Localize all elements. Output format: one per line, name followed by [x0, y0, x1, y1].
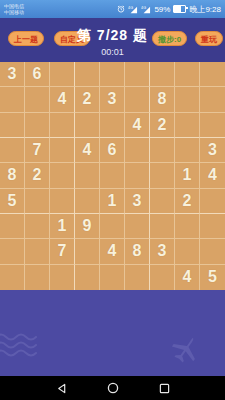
cell-r4c5[interactable]: 6 [100, 138, 125, 163]
cell-r8c1[interactable] [0, 239, 25, 264]
status-bar: 中国电信 中国移动 4G 4G 59% 晚上9:28 [0, 0, 225, 18]
battery-percent: 59% [154, 5, 170, 14]
svg-text:4G: 4G [128, 5, 133, 9]
cell-r3c3[interactable] [50, 113, 75, 138]
cell-r4c2[interactable]: 7 [25, 138, 50, 163]
cell-r4c7[interactable] [150, 138, 175, 163]
waves-icon [0, 332, 40, 362]
cell-r1c9[interactable] [200, 62, 225, 87]
recents-icon[interactable] [159, 383, 170, 394]
cell-r4c9[interactable]: 3 [200, 138, 225, 163]
cell-r9c1[interactable] [0, 265, 25, 290]
cell-r4c6[interactable] [125, 138, 150, 163]
cell-r7c3[interactable]: 1 [50, 214, 75, 239]
cell-r9c6[interactable] [125, 265, 150, 290]
cell-r2c2[interactable] [25, 87, 50, 112]
airplane-icon [169, 334, 203, 368]
cell-r4c3[interactable] [50, 138, 75, 163]
cell-r8c8[interactable] [175, 239, 200, 264]
status-bar-right: 4G 4G 59% 晚上9:28 [117, 4, 221, 15]
cell-r3c2[interactable] [25, 113, 50, 138]
cell-r2c9[interactable] [200, 87, 225, 112]
cell-r3c4[interactable] [75, 113, 100, 138]
cell-r3c9[interactable] [200, 113, 225, 138]
cell-r9c5[interactable] [100, 265, 125, 290]
cell-r6c7[interactable] [150, 189, 175, 214]
home-icon[interactable] [107, 382, 119, 394]
cell-r7c7[interactable] [150, 214, 175, 239]
cell-r1c5[interactable] [100, 62, 125, 87]
cell-r7c6[interactable] [125, 214, 150, 239]
alarm-icon [117, 5, 125, 13]
cell-r3c1[interactable] [0, 113, 25, 138]
cell-r1c1[interactable]: 3 [0, 62, 25, 87]
cell-r1c6[interactable] [125, 62, 150, 87]
cell-r7c2[interactable] [25, 214, 50, 239]
cell-r8c3[interactable]: 7 [50, 239, 75, 264]
cell-r5c4[interactable] [75, 163, 100, 188]
cell-r8c6[interactable]: 8 [125, 239, 150, 264]
android-nav-bar [0, 376, 225, 400]
cell-r7c8[interactable] [175, 214, 200, 239]
cell-r5c6[interactable] [125, 163, 150, 188]
signal-4g-icon: 4G [128, 5, 138, 14]
cell-r6c9[interactable] [200, 189, 225, 214]
battery-icon [173, 5, 186, 13]
cell-r6c8[interactable]: 2 [175, 189, 200, 214]
carrier-labels: 中国电信 中国移动 [4, 3, 24, 15]
game-header: 上一题 自定义 第 7/28 题 00:01 撤步:0 重玩 [0, 18, 225, 62]
back-icon[interactable] [56, 383, 67, 394]
sudoku-board: 3642384274638214513219748345 [0, 62, 225, 290]
svg-text:4G: 4G [141, 5, 146, 9]
cell-r7c5[interactable] [100, 214, 125, 239]
cell-r3c8[interactable] [175, 113, 200, 138]
puzzle-number-title: 第 7/28 题 [0, 27, 225, 45]
cell-r6c5[interactable]: 1 [100, 189, 125, 214]
cell-r2c4[interactable]: 2 [75, 87, 100, 112]
replay-button[interactable]: 重玩 [195, 31, 223, 46]
cell-r3c5[interactable] [100, 113, 125, 138]
undo-step-button[interactable]: 撤步:0 [152, 31, 187, 46]
cell-r2c5[interactable]: 3 [100, 87, 125, 112]
background-decoration [0, 290, 225, 376]
cell-r4c1[interactable] [0, 138, 25, 163]
cell-r5c3[interactable] [50, 163, 75, 188]
cell-r3c6[interactable]: 4 [125, 113, 150, 138]
cell-r9c8[interactable]: 4 [175, 265, 200, 290]
cell-r6c6[interactable]: 3 [125, 189, 150, 214]
signal-4g-icon: 4G [141, 5, 151, 14]
cell-r1c4[interactable] [75, 62, 100, 87]
cell-r4c4[interactable]: 4 [75, 138, 100, 163]
cell-r9c7[interactable] [150, 265, 175, 290]
cell-r8c4[interactable] [75, 239, 100, 264]
cell-r2c7[interactable]: 8 [150, 87, 175, 112]
cell-r8c5[interactable]: 4 [100, 239, 125, 264]
cell-r5c7[interactable] [150, 163, 175, 188]
cell-r5c8[interactable]: 1 [175, 163, 200, 188]
cell-r7c4[interactable]: 9 [75, 214, 100, 239]
cell-r7c9[interactable] [200, 214, 225, 239]
cell-r8c7[interactable]: 3 [150, 239, 175, 264]
phone-screen: 中国电信 中国移动 4G 4G 59% 晚上9:28 上一题 自定义 第 7/2… [0, 0, 225, 400]
status-time: 晚上9:28 [189, 4, 221, 15]
cell-r8c9[interactable] [200, 239, 225, 264]
cell-r2c1[interactable] [0, 87, 25, 112]
cell-r5c5[interactable] [100, 163, 125, 188]
cell-r4c8[interactable] [175, 138, 200, 163]
cell-r2c3[interactable]: 4 [50, 87, 75, 112]
cell-r1c8[interactable] [175, 62, 200, 87]
cell-r5c1[interactable]: 8 [0, 163, 25, 188]
elapsed-timer: 00:01 [0, 47, 225, 57]
cell-r9c4[interactable] [75, 265, 100, 290]
carrier-line2: 中国移动 [4, 9, 24, 15]
cell-r6c3[interactable] [50, 189, 75, 214]
cell-r6c1[interactable]: 5 [0, 189, 25, 214]
cell-r9c2[interactable] [25, 265, 50, 290]
cell-r6c4[interactable] [75, 189, 100, 214]
cell-r1c7[interactable] [150, 62, 175, 87]
cell-r3c7[interactable]: 2 [150, 113, 175, 138]
cell-r1c3[interactable] [50, 62, 75, 87]
cell-r5c9[interactable]: 4 [200, 163, 225, 188]
cell-r2c6[interactable] [125, 87, 150, 112]
cell-r9c9[interactable]: 5 [200, 265, 225, 290]
cell-r9c3[interactable] [50, 265, 75, 290]
cell-r6c2[interactable] [25, 189, 50, 214]
cell-r1c2[interactable]: 6 [25, 62, 50, 87]
cell-r8c2[interactable] [25, 239, 50, 264]
cell-r7c1[interactable] [0, 214, 25, 239]
cell-r2c8[interactable] [175, 87, 200, 112]
cell-r5c2[interactable]: 2 [25, 163, 50, 188]
